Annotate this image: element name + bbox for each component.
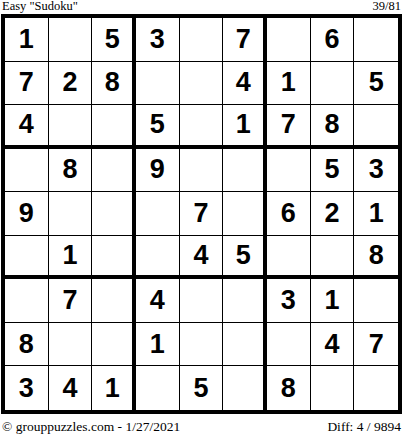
difficulty-text: Diff: 4 / 9894 bbox=[327, 419, 401, 434]
cell-r1c6[interactable]: 7 bbox=[223, 18, 267, 62]
cell-r8c1[interactable]: 8 bbox=[5, 323, 49, 367]
cell-r1c7[interactable] bbox=[267, 18, 311, 62]
cell-r2c2[interactable]: 2 bbox=[49, 62, 93, 106]
footer: © grouppuzzles.com - 1/27/2021 Diff: 4 /… bbox=[2, 419, 401, 434]
cell-r3c3[interactable] bbox=[92, 105, 136, 149]
cell-r4c5[interactable] bbox=[180, 149, 224, 193]
cell-r5c7[interactable]: 6 bbox=[267, 192, 311, 236]
cell-r8c6[interactable] bbox=[223, 323, 267, 367]
cell-r7c3[interactable] bbox=[92, 279, 136, 323]
cell-r1c4[interactable]: 3 bbox=[136, 18, 180, 62]
cell-r2c7[interactable]: 1 bbox=[267, 62, 311, 106]
cell-r4c3[interactable] bbox=[92, 149, 136, 193]
cell-r6c7[interactable] bbox=[267, 236, 311, 280]
cell-r9c9[interactable] bbox=[354, 366, 398, 410]
cell-r5c9[interactable]: 1 bbox=[354, 192, 398, 236]
cell-r3c6[interactable]: 1 bbox=[223, 105, 267, 149]
cell-r1c8[interactable]: 6 bbox=[311, 18, 355, 62]
cell-r3c8[interactable]: 8 bbox=[311, 105, 355, 149]
cell-r9c7[interactable]: 8 bbox=[267, 366, 311, 410]
cell-r5c4[interactable] bbox=[136, 192, 180, 236]
cell-r7c1[interactable] bbox=[5, 279, 49, 323]
cell-r3c9[interactable] bbox=[354, 105, 398, 149]
cell-r3c5[interactable] bbox=[180, 105, 224, 149]
cell-r2c1[interactable]: 7 bbox=[5, 62, 49, 106]
cell-r7c7[interactable]: 3 bbox=[267, 279, 311, 323]
cell-r5c3[interactable] bbox=[92, 192, 136, 236]
cell-r4c9[interactable]: 3 bbox=[354, 149, 398, 193]
cell-r5c5[interactable]: 7 bbox=[180, 192, 224, 236]
cell-r3c4[interactable]: 5 bbox=[136, 105, 180, 149]
cell-r4c8[interactable]: 5 bbox=[311, 149, 355, 193]
cell-r5c8[interactable]: 2 bbox=[311, 192, 355, 236]
cell-r9c4[interactable] bbox=[136, 366, 180, 410]
cell-r7c8[interactable]: 1 bbox=[311, 279, 355, 323]
cell-r2c6[interactable]: 4 bbox=[223, 62, 267, 106]
cell-r7c6[interactable] bbox=[223, 279, 267, 323]
cell-r8c7[interactable] bbox=[267, 323, 311, 367]
cell-r9c6[interactable] bbox=[223, 366, 267, 410]
cell-r8c3[interactable] bbox=[92, 323, 136, 367]
cell-r5c2[interactable] bbox=[49, 192, 93, 236]
cell-r9c2[interactable]: 4 bbox=[49, 366, 93, 410]
cell-r1c9[interactable] bbox=[354, 18, 398, 62]
cell-r1c5[interactable] bbox=[180, 18, 224, 62]
cell-r2c4[interactable] bbox=[136, 62, 180, 106]
header: Easy "Sudoku" 39/81 bbox=[2, 0, 401, 14]
cell-r7c5[interactable] bbox=[180, 279, 224, 323]
copyright-text: © grouppuzzles.com - 1/27/2021 bbox=[2, 419, 180, 434]
cell-r1c1[interactable]: 1 bbox=[5, 18, 49, 62]
cell-r4c4[interactable]: 9 bbox=[136, 149, 180, 193]
cell-r6c2[interactable]: 1 bbox=[49, 236, 93, 280]
cell-r9c3[interactable]: 1 bbox=[92, 366, 136, 410]
cell-r6c6[interactable]: 5 bbox=[223, 236, 267, 280]
cell-r2c8[interactable] bbox=[311, 62, 355, 106]
puzzle-title: Easy "Sudoku" bbox=[2, 0, 78, 13]
cell-r9c1[interactable]: 3 bbox=[5, 366, 49, 410]
clue-counter: 39/81 bbox=[373, 0, 401, 13]
cell-r8c5[interactable] bbox=[180, 323, 224, 367]
cell-r5c1[interactable]: 9 bbox=[5, 192, 49, 236]
cell-r3c7[interactable]: 7 bbox=[267, 105, 311, 149]
cell-r7c2[interactable]: 7 bbox=[49, 279, 93, 323]
cell-r8c8[interactable]: 4 bbox=[311, 323, 355, 367]
cell-r2c5[interactable] bbox=[180, 62, 224, 106]
sudoku-page: Easy "Sudoku" 39/81 15376728415451788953… bbox=[0, 0, 403, 437]
sudoku-grid: 1537672841545178895397621145874318147341… bbox=[1, 14, 402, 414]
cell-r6c1[interactable] bbox=[5, 236, 49, 280]
cell-r9c5[interactable]: 5 bbox=[180, 366, 224, 410]
cell-r5c6[interactable] bbox=[223, 192, 267, 236]
cell-r8c4[interactable]: 1 bbox=[136, 323, 180, 367]
cell-r1c3[interactable]: 5 bbox=[92, 18, 136, 62]
cell-r7c9[interactable] bbox=[354, 279, 398, 323]
cell-r4c1[interactable] bbox=[5, 149, 49, 193]
cell-r2c9[interactable]: 5 bbox=[354, 62, 398, 106]
cell-r4c2[interactable]: 8 bbox=[49, 149, 93, 193]
cell-r4c7[interactable] bbox=[267, 149, 311, 193]
cell-r8c9[interactable]: 7 bbox=[354, 323, 398, 367]
cell-r6c5[interactable]: 4 bbox=[180, 236, 224, 280]
cell-r7c4[interactable]: 4 bbox=[136, 279, 180, 323]
cell-r3c2[interactable] bbox=[49, 105, 93, 149]
cell-r2c3[interactable]: 8 bbox=[92, 62, 136, 106]
cell-r8c2[interactable] bbox=[49, 323, 93, 367]
cell-r1c2[interactable] bbox=[49, 18, 93, 62]
cell-r6c8[interactable] bbox=[311, 236, 355, 280]
cell-r6c9[interactable]: 8 bbox=[354, 236, 398, 280]
cell-r6c3[interactable] bbox=[92, 236, 136, 280]
cell-r9c8[interactable] bbox=[311, 366, 355, 410]
cell-r6c4[interactable] bbox=[136, 236, 180, 280]
cell-r4c6[interactable] bbox=[223, 149, 267, 193]
cell-r3c1[interactable]: 4 bbox=[5, 105, 49, 149]
